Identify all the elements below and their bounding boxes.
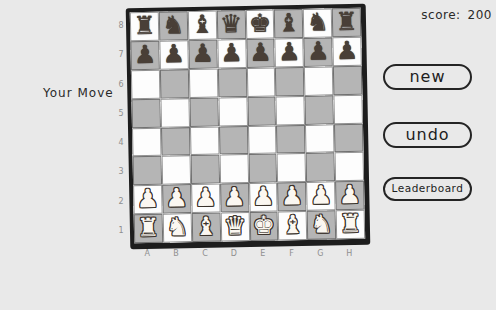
square-d1[interactable]: ♛: [220, 212, 249, 241]
piece-black-knight[interactable]: ♞: [162, 12, 185, 37]
square-e7[interactable]: ♟︎: [246, 38, 275, 67]
square-b4[interactable]: [161, 127, 190, 156]
square-d4[interactable]: [219, 126, 248, 155]
square-a3[interactable]: [133, 156, 162, 185]
square-a7[interactable]: ♟︎: [130, 41, 159, 70]
square-d2[interactable]: ♟︎: [220, 183, 249, 212]
piece-black-knight[interactable]: ♞: [306, 9, 329, 34]
square-e1[interactable]: ♚: [249, 212, 278, 241]
square-b6[interactable]: [160, 69, 189, 98]
square-c2[interactable]: ♟︎: [191, 184, 220, 213]
square-e5[interactable]: [247, 96, 276, 125]
piece-white-pawn[interactable]: ♟︎: [281, 183, 304, 208]
piece-black-pawn[interactable]: ♟︎: [191, 40, 214, 65]
rank-label-5: 5: [115, 99, 127, 128]
file-label-e: E: [249, 247, 278, 259]
square-c4[interactable]: [190, 126, 219, 155]
rank-label-6: 6: [115, 70, 127, 99]
piece-black-queen[interactable]: ♛: [220, 11, 243, 36]
file-label-h: H: [335, 247, 364, 259]
square-c5[interactable]: [189, 97, 218, 126]
square-f6[interactable]: [275, 67, 304, 96]
piece-white-knight[interactable]: ♞: [166, 214, 189, 239]
piece-black-pawn[interactable]: ♟︎: [134, 42, 157, 67]
square-a1[interactable]: ♜: [134, 214, 163, 243]
piece-black-pawn[interactable]: ♟︎: [220, 40, 243, 65]
square-g7[interactable]: ♟︎: [304, 37, 333, 66]
file-label-g: G: [306, 247, 335, 259]
piece-white-pawn[interactable]: ♟︎: [252, 184, 275, 209]
square-c1[interactable]: ♝: [191, 213, 220, 242]
square-a8[interactable]: ♜: [130, 12, 159, 41]
piece-white-bishop[interactable]: ♝: [281, 212, 304, 237]
file-label-d: D: [220, 247, 249, 259]
score-label: score:: [421, 8, 460, 22]
square-b1[interactable]: ♞: [163, 213, 192, 242]
piece-white-pawn[interactable]: ♟︎: [136, 186, 159, 211]
square-c6[interactable]: [189, 68, 218, 97]
square-d3[interactable]: [219, 154, 248, 183]
chess-board: ♜♞♝♛♚♝♞♜♟︎♟︎♟︎♟︎♟︎♟︎♟︎♟︎♟︎♟︎♟︎♟︎♟︎♟︎♟︎♟︎…: [126, 4, 371, 250]
piece-black-pawn[interactable]: ♟︎: [162, 41, 185, 66]
square-h2[interactable]: ♟︎: [335, 181, 364, 210]
square-h1[interactable]: ♜: [336, 210, 365, 239]
square-d6[interactable]: [218, 68, 247, 97]
square-f1[interactable]: ♝: [278, 211, 307, 240]
piece-white-pawn[interactable]: ♟︎: [338, 182, 361, 207]
square-g1[interactable]: ♞: [307, 210, 336, 239]
piece-black-pawn[interactable]: ♟︎: [278, 39, 301, 64]
rank-label-3: 3: [115, 157, 127, 186]
square-h6[interactable]: [333, 66, 362, 95]
square-d8[interactable]: ♛: [216, 10, 245, 39]
square-a4[interactable]: [132, 127, 161, 156]
square-c7[interactable]: ♟︎: [188, 39, 217, 68]
square-a5[interactable]: [131, 98, 160, 127]
square-g8[interactable]: ♞: [303, 8, 332, 37]
piece-black-pawn[interactable]: ♟︎: [336, 38, 359, 63]
square-g4[interactable]: [305, 124, 334, 153]
rank-label-7: 7: [115, 40, 127, 69]
square-b8[interactable]: ♞: [159, 11, 188, 40]
piece-black-pawn[interactable]: ♟︎: [307, 38, 330, 63]
square-e4[interactable]: [247, 125, 276, 154]
square-f8[interactable]: ♝: [274, 9, 303, 38]
square-f7[interactable]: ♟︎: [275, 38, 304, 67]
piece-white-pawn[interactable]: ♟︎: [310, 183, 333, 208]
square-e8[interactable]: ♚: [245, 9, 274, 38]
leaderboard-button[interactable]: Leaderboard: [383, 177, 472, 201]
piece-black-rook[interactable]: ♜: [335, 9, 358, 34]
file-label-b: B: [162, 247, 191, 259]
square-a2[interactable]: ♟︎: [133, 185, 162, 214]
square-c3[interactable]: [190, 155, 219, 184]
square-h3[interactable]: [335, 152, 364, 181]
square-b5[interactable]: [160, 98, 189, 127]
square-d5[interactable]: [218, 97, 247, 126]
piece-white-rook[interactable]: ♜: [137, 215, 160, 240]
piece-black-bishop[interactable]: ♝: [191, 12, 214, 37]
piece-white-king[interactable]: ♚: [252, 213, 275, 238]
square-g5[interactable]: [305, 95, 334, 124]
board-area: ♜♞♝♛♚♝♞♜♟︎♟︎♟︎♟︎♟︎♟︎♟︎♟︎♟︎♟︎♟︎♟︎♟︎♟︎♟︎♟︎…: [128, 6, 368, 247]
square-e2[interactable]: ♟︎: [249, 183, 278, 212]
square-d7[interactable]: ♟︎: [217, 39, 246, 68]
turn-indicator: Your Move: [43, 86, 114, 100]
square-e3[interactable]: [248, 154, 277, 183]
square-f5[interactable]: [276, 96, 305, 125]
square-a6[interactable]: [131, 69, 160, 98]
file-label-f: F: [277, 247, 306, 259]
file-label-c: C: [191, 247, 220, 259]
square-b2[interactable]: ♟︎: [162, 184, 191, 213]
file-labels: ABCDEFGH: [133, 247, 364, 259]
square-h5[interactable]: [334, 94, 363, 123]
piece-white-rook[interactable]: ♜: [339, 211, 362, 236]
piece-black-king[interactable]: ♚: [248, 10, 271, 35]
score-value: 200: [468, 8, 492, 22]
piece-white-bishop[interactable]: ♝: [195, 214, 218, 239]
piece-white-pawn[interactable]: ♟︎: [223, 184, 246, 209]
square-b7[interactable]: ♟︎: [159, 40, 188, 69]
piece-black-rook[interactable]: ♜: [133, 13, 156, 38]
rank-label-2: 2: [115, 187, 127, 216]
square-h7[interactable]: ♟︎: [332, 37, 361, 66]
rank-labels: 87654321: [115, 11, 127, 245]
undo-button[interactable]: undo: [383, 122, 472, 148]
square-c8[interactable]: ♝: [188, 11, 217, 40]
square-e6[interactable]: [246, 67, 275, 96]
square-b3[interactable]: [161, 155, 190, 184]
piece-white-pawn[interactable]: ♟︎: [165, 185, 188, 210]
square-f4[interactable]: [276, 124, 305, 153]
piece-white-queen[interactable]: ♛: [224, 213, 247, 238]
score-display: score: 200: [420, 8, 492, 22]
square-f2[interactable]: ♟︎: [277, 182, 306, 211]
new-game-button[interactable]: new: [383, 64, 472, 90]
rank-label-1: 1: [115, 216, 127, 245]
piece-white-pawn[interactable]: ♟︎: [194, 185, 217, 210]
piece-black-bishop[interactable]: ♝: [277, 10, 300, 35]
piece-black-pawn[interactable]: ♟︎: [249, 39, 272, 64]
piece-white-knight[interactable]: ♞: [310, 211, 333, 236]
square-g6[interactable]: [304, 66, 333, 95]
square-h4[interactable]: [334, 123, 363, 152]
square-h8[interactable]: ♜: [332, 8, 361, 37]
rank-label-4: 4: [115, 128, 127, 157]
file-label-a: A: [133, 247, 162, 259]
app-window: Your Move score: 200 87654321 ♜♞♝♛♚♝♞♜♟︎…: [0, 0, 496, 310]
square-g2[interactable]: ♟︎: [306, 182, 335, 211]
square-g3[interactable]: [306, 153, 335, 182]
square-f3[interactable]: [277, 153, 306, 182]
